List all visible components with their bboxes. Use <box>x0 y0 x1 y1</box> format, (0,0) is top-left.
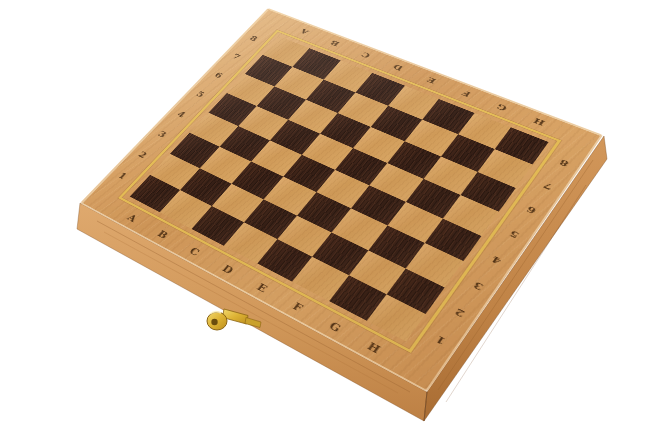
file-label-bottom-e: E <box>255 282 268 293</box>
file-label-bottom-b: B <box>156 229 169 239</box>
rank-label-left-5: 5 <box>195 91 206 99</box>
rank-label-right-7: 7 <box>542 181 554 191</box>
rank-label-left-2: 2 <box>137 151 148 160</box>
rank-label-right-4: 4 <box>491 255 504 266</box>
rank-label-right-8: 8 <box>559 158 571 167</box>
file-label-top-e: E <box>426 76 438 84</box>
rank-label-left-7: 7 <box>231 53 241 60</box>
file-label-bottom-c: C <box>188 247 201 258</box>
rank-label-left-8: 8 <box>248 35 258 42</box>
chess-board-photo: ABCDEFGH ABCDEFGH 87654321 87654321 <box>0 0 670 446</box>
rank-label-left-1: 1 <box>116 172 127 181</box>
rank-label-right-5: 5 <box>508 229 521 239</box>
file-label-top-a: A <box>299 28 310 35</box>
rank-label-left-6: 6 <box>213 72 224 80</box>
file-label-top-d: D <box>392 63 404 71</box>
rank-label-right-1: 1 <box>434 334 447 346</box>
rank-label-left-3: 3 <box>157 130 168 138</box>
file-label-bottom-h: H <box>366 341 382 354</box>
file-label-top-g: G <box>496 102 509 111</box>
file-label-top-b: B <box>329 39 341 47</box>
rank-label-right-2: 2 <box>454 307 467 318</box>
file-label-bottom-d: D <box>221 264 235 275</box>
rank-label-left-4: 4 <box>176 110 187 118</box>
file-label-top-h: H <box>532 116 546 126</box>
file-label-bottom-g: G <box>328 321 343 333</box>
file-label-bottom-a: A <box>126 213 138 223</box>
file-label-top-c: C <box>360 51 372 59</box>
rank-label-right-3: 3 <box>472 280 485 291</box>
file-label-top-f: F <box>461 89 472 97</box>
rank-label-right-6: 6 <box>526 205 538 215</box>
clasp-hole <box>211 319 217 325</box>
file-label-bottom-f: F <box>291 302 304 313</box>
